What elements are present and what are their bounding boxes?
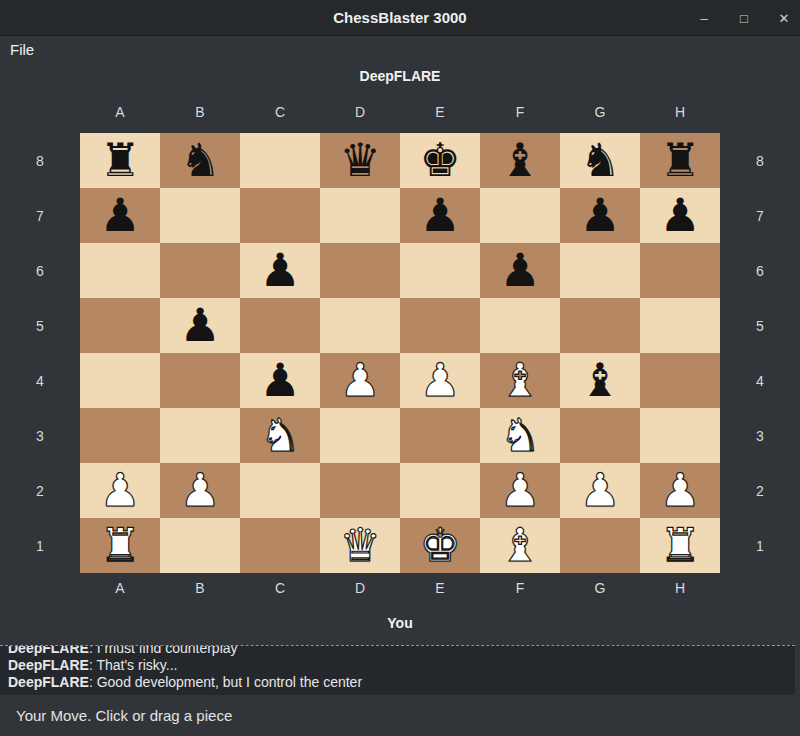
file-label-f: F [480,580,560,596]
rank-label-4: 4 [720,353,800,408]
board: ♜♞♛♚♝♞♜♟♟♟♟♟♟♟♟♟♟♝♝♞♞♟♟♟♟♟♜♛♚♝♜ [80,133,720,573]
square-g4[interactable]: ♝ [560,353,640,408]
piece-white-bishop[interactable]: ♝ [499,353,540,408]
window-title: ChessBlaster 3000 [0,9,800,26]
file-label-g: G [560,104,640,120]
square-b6[interactable] [160,243,240,298]
player-name-label: You [0,603,800,645]
piece-white-rook[interactable]: ♜ [659,518,700,573]
square-c8[interactable] [240,133,320,188]
square-g1[interactable] [560,518,640,573]
square-h8[interactable]: ♜ [640,133,720,188]
piece-black-knight[interactable]: ♞ [579,133,620,188]
file-label-a: A [80,580,160,596]
piece-black-pawn[interactable]: ♟ [659,188,700,243]
chat-message: DeepFLARE: That's risky... [8,657,795,674]
piece-white-pawn[interactable]: ♟ [499,463,540,518]
square-b4[interactable] [160,353,240,408]
rank-label-2: 2 [720,463,800,518]
piece-white-knight[interactable]: ♞ [259,408,300,463]
chat-message: DeepFLARE: I must find counterplay [8,645,795,657]
square-g2[interactable]: ♟ [560,463,640,518]
file-label-c: C [240,580,320,596]
piece-white-pawn[interactable]: ♟ [99,463,140,518]
rank-label-7: 7 [720,188,800,243]
square-h4[interactable] [640,353,720,408]
square-h6[interactable] [640,243,720,298]
close-icon[interactable]: ✕ [776,11,792,26]
square-h3[interactable] [640,408,720,463]
square-a5[interactable] [80,298,160,353]
square-a3[interactable] [80,408,160,463]
square-b3[interactable] [160,408,240,463]
file-label-h: H [640,104,720,120]
square-d3[interactable] [320,408,400,463]
square-g6[interactable] [560,243,640,298]
chat-message: DeepFLARE: Good development, but I contr… [8,674,795,691]
piece-black-pawn[interactable]: ♟ [499,243,540,298]
square-d6[interactable] [320,243,400,298]
status-bar: Your Move. Click or drag a piece [0,695,800,736]
piece-white-pawn[interactable]: ♟ [659,463,700,518]
square-g5[interactable] [560,298,640,353]
rank-label-8: 8 [0,133,80,188]
square-b5[interactable]: ♟ [160,298,240,353]
rank-label-7: 7 [0,188,80,243]
square-d1[interactable]: ♛ [320,518,400,573]
piece-white-pawn[interactable]: ♟ [179,463,220,518]
square-e2[interactable] [400,463,480,518]
piece-black-bishop[interactable]: ♝ [579,353,620,408]
square-f6[interactable]: ♟ [480,243,560,298]
square-a7[interactable]: ♟ [80,188,160,243]
square-h5[interactable] [640,298,720,353]
piece-black-pawn[interactable]: ♟ [259,243,300,298]
chat-sender: DeepFLARE [8,645,89,656]
square-c2[interactable] [240,463,320,518]
square-e6[interactable] [400,243,480,298]
square-d2[interactable] [320,463,400,518]
piece-white-pawn[interactable]: ♟ [579,463,620,518]
rank-labels-right: 87654321 [720,133,800,573]
maximize-icon[interactable]: □ [736,11,752,26]
square-h1[interactable]: ♜ [640,518,720,573]
square-c6[interactable]: ♟ [240,243,320,298]
piece-black-rook[interactable]: ♜ [99,133,140,188]
file-label-c: C [240,104,320,120]
rank-label-3: 3 [0,408,80,463]
square-f1[interactable]: ♝ [480,518,560,573]
piece-white-pawn[interactable]: ♟ [339,353,380,408]
chat-sender: DeepFLARE [8,657,89,673]
board-area: 87654321 ♜♞♛♚♝♞♜♟♟♟♟♟♟♟♟♟♟♝♝♞♞♟♟♟♟♟♜♛♚♝♜… [0,133,800,573]
piece-black-pawn[interactable]: ♟ [579,188,620,243]
square-a1[interactable]: ♜ [80,518,160,573]
chat-text: : Good development, but I control the ce… [89,674,362,690]
square-e1[interactable]: ♚ [400,518,480,573]
status-text: Your Move. Click or drag a piece [16,707,232,724]
minimize-icon[interactable]: – [696,11,712,26]
square-d4[interactable]: ♟ [320,353,400,408]
square-h2[interactable]: ♟ [640,463,720,518]
title-bar: ChessBlaster 3000 – □ ✕ [0,0,800,36]
opponent-name-label: DeepFLARE [0,62,800,90]
piece-white-queen[interactable]: ♛ [339,518,380,573]
piece-white-knight[interactable]: ♞ [499,408,540,463]
rank-label-4: 4 [0,353,80,408]
square-f8[interactable]: ♝ [480,133,560,188]
menu-bar: File [0,36,800,62]
square-b2[interactable]: ♟ [160,463,240,518]
rank-label-2: 2 [0,463,80,518]
file-label-e: E [400,104,480,120]
file-label-a: A [80,104,160,120]
square-e8[interactable]: ♚ [400,133,480,188]
square-f5[interactable] [480,298,560,353]
square-g7[interactable]: ♟ [560,188,640,243]
piece-black-rook[interactable]: ♜ [659,133,700,188]
square-e5[interactable] [400,298,480,353]
square-f7[interactable] [480,188,560,243]
rank-label-1: 1 [0,518,80,573]
piece-black-king[interactable]: ♚ [419,133,460,188]
piece-white-bishop[interactable]: ♝ [499,518,540,573]
piece-black-queen[interactable]: ♛ [339,133,380,188]
square-b8[interactable]: ♞ [160,133,240,188]
rank-label-6: 6 [720,243,800,298]
square-a8[interactable]: ♜ [80,133,160,188]
rank-labels-left: 87654321 [0,133,80,573]
piece-black-pawn[interactable]: ♟ [179,298,220,353]
piece-black-pawn[interactable]: ♟ [419,188,460,243]
square-b7[interactable] [160,188,240,243]
square-b1[interactable] [160,518,240,573]
square-c7[interactable] [240,188,320,243]
square-c1[interactable] [240,518,320,573]
menu-item-file[interactable]: File [0,41,44,58]
square-c4[interactable]: ♟ [240,353,320,408]
square-h7[interactable]: ♟ [640,188,720,243]
file-label-d: D [320,104,400,120]
chat-text: : That's risky... [89,657,178,673]
file-label-d: D [320,580,400,596]
chat-text: : I must find counterplay [89,645,238,656]
square-g3[interactable] [560,408,640,463]
rank-label-6: 6 [0,243,80,298]
file-label-b: B [160,580,240,596]
file-label-f: F [480,104,560,120]
rank-label-1: 1 [720,518,800,573]
rank-label-5: 5 [720,298,800,353]
chat-sender: DeepFLARE [8,674,89,690]
square-c5[interactable] [240,298,320,353]
file-label-g: G [560,580,640,596]
file-label-h: H [640,580,720,596]
square-d7[interactable] [320,188,400,243]
piece-black-bishop[interactable]: ♝ [499,133,540,188]
square-c3[interactable]: ♞ [240,408,320,463]
chat-log[interactable]: DeepFLARE: I must find counterplayDeepFL… [0,645,795,695]
file-labels-top: ABCDEFGH [0,90,800,133]
piece-white-rook[interactable]: ♜ [99,518,140,573]
square-a6[interactable] [80,243,160,298]
square-f4[interactable]: ♝ [480,353,560,408]
piece-black-pawn[interactable]: ♟ [259,353,300,408]
square-e4[interactable]: ♟ [400,353,480,408]
square-a4[interactable] [80,353,160,408]
piece-white-pawn[interactable]: ♟ [419,353,460,408]
square-g8[interactable]: ♞ [560,133,640,188]
file-label-b: B [160,104,240,120]
square-e3[interactable] [400,408,480,463]
window-controls: – □ ✕ [696,0,792,36]
square-a2[interactable]: ♟ [80,463,160,518]
piece-white-king[interactable]: ♚ [419,518,460,573]
rank-label-8: 8 [720,133,800,188]
file-labels-bottom: ABCDEFGH [0,573,800,603]
square-d5[interactable] [320,298,400,353]
piece-black-pawn[interactable]: ♟ [99,188,140,243]
square-f3[interactable]: ♞ [480,408,560,463]
file-label-e: E [400,580,480,596]
rank-label-3: 3 [720,408,800,463]
square-d8[interactable]: ♛ [320,133,400,188]
square-e7[interactable]: ♟ [400,188,480,243]
rank-label-5: 5 [0,298,80,353]
piece-black-knight[interactable]: ♞ [179,133,220,188]
square-f2[interactable]: ♟ [480,463,560,518]
